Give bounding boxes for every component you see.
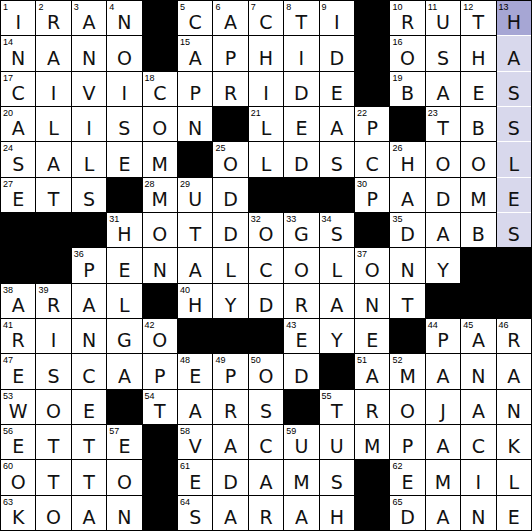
cell-r7c12[interactable]: 35D [390,213,424,247]
cell-letter: E [320,83,354,104]
cell-r5c15[interactable]: L [497,142,531,176]
cell-r1c4[interactable]: 4N [107,1,141,35]
cell-r1c9[interactable]: 8T [284,1,318,35]
cell-r15c13[interactable]: A [426,496,460,530]
cell-r1c6[interactable]: 5C [178,1,212,35]
cell-r7c8[interactable]: 32O [249,213,283,247]
cell-number: 60 [3,461,13,471]
cell-r14c13[interactable]: M [426,460,460,494]
cell-r5c14[interactable]: O [461,142,495,176]
cell-r2c15[interactable]: A [497,36,531,70]
cell-r6c11[interactable]: 30P [355,178,389,212]
cell-number: 16 [392,37,402,47]
cell-r2c1[interactable]: 14N [1,36,35,70]
cell-r2c5 [143,36,177,70]
cell-r8c8[interactable]: C [249,248,283,282]
cell-r12c12[interactable]: O [390,390,424,424]
cell-r8c9[interactable]: O [284,248,318,282]
cell-r5c2[interactable]: A [36,142,70,176]
cell-r11c6[interactable]: 48E [178,354,212,388]
cell-letter: C [249,260,283,281]
cell-r4c3[interactable]: I [72,107,106,141]
cell-r12c11[interactable]: R [355,390,389,424]
cell-number: 8 [286,2,291,12]
cell-r7c10[interactable]: 34S [320,213,354,247]
cell-letter: R [355,401,389,422]
cell-r2c12[interactable]: 16O [390,36,424,70]
cell-r9c4[interactable]: L [107,284,141,318]
cell-r3c12[interactable]: 19B [390,72,424,106]
cell-r14c14[interactable]: I [461,460,495,494]
cell-r13c7[interactable]: A [213,425,247,459]
cell-r6c15[interactable]: E [497,178,531,212]
cell-r10c9[interactable]: 43E [284,319,318,353]
cell-number: 9 [322,2,327,12]
cell-r9c3[interactable]: A [72,284,106,318]
cell-r2c14[interactable]: H [461,36,495,70]
cell-r13c9[interactable]: 59U [284,425,318,459]
cell-r2c8[interactable]: H [249,36,283,70]
cell-r13c2[interactable]: T [36,425,70,459]
cell-r3c9[interactable]: D [284,72,318,106]
cell-r11c9[interactable]: D [284,354,318,388]
cell-letter: T [36,472,70,493]
cell-r2c2[interactable]: A [36,36,70,70]
cell-r13c6[interactable]: 58V [178,425,212,459]
cell-r3c15[interactable]: S [497,72,531,106]
cell-r2c6[interactable]: 15A [178,36,212,70]
cell-r3c4[interactable]: I [107,72,141,106]
cell-letter: D [213,472,247,493]
cell-r6c5[interactable]: 28M [143,178,177,212]
cell-r8c5[interactable]: N [143,248,177,282]
cell-r12c10[interactable]: 55T [320,390,354,424]
cell-r9c11[interactable]: N [355,284,389,318]
cell-r3c6[interactable]: P [178,72,212,106]
cell-r13c13[interactable]: A [426,425,460,459]
cell-r12c3[interactable]: E [72,390,106,424]
cell-letter: A [390,189,424,210]
cell-r8c7[interactable]: L [213,248,247,282]
cell-r1c5 [143,1,177,35]
cell-r11c2[interactable]: S [36,354,70,388]
cell-r9c9[interactable]: R [284,284,318,318]
cell-r4c14[interactable]: B [461,107,495,141]
cell-letter: N [178,118,212,139]
cell-r12c15[interactable]: N [497,390,531,424]
cell-r10c6 [178,319,212,353]
cell-r12c6[interactable]: A [178,390,212,424]
cell-letter: C [355,154,389,175]
cell-letter: A [426,83,460,104]
cell-r13c8[interactable]: C [249,425,283,459]
cell-r6c12[interactable]: A [390,178,424,212]
cell-r1c13[interactable]: 11U [426,1,460,35]
cell-r6c14[interactable]: M [461,178,495,212]
cell-r9c8[interactable]: D [249,284,283,318]
cell-r15c14[interactable]: N [461,496,495,530]
cell-r13c14[interactable]: C [461,425,495,459]
cell-letter: A [213,12,247,33]
cell-letter: D [320,48,354,69]
cell-letter: D [213,189,247,210]
cell-letter: A [426,366,460,387]
cell-r1c10[interactable]: 9I [320,1,354,35]
cell-r5c3[interactable]: L [72,142,106,176]
cell-r10c14[interactable]: 45A [461,319,495,353]
cell-letter: T [36,436,70,457]
cell-r7c5[interactable]: O [143,213,177,247]
cell-letter: N [355,295,389,316]
cell-letter: A [1,295,35,316]
cell-r4c10[interactable]: A [320,107,354,141]
cell-number: 49 [215,355,225,365]
cell-r4c1[interactable]: 20A [1,107,35,141]
cell-r11c12[interactable]: 52M [390,354,424,388]
cell-number: 61 [180,461,190,471]
cell-r8c3[interactable]: 36P [72,248,106,282]
cell-letter: L [320,260,354,281]
cell-letter: L [213,260,247,281]
cell-number: 14 [3,37,13,47]
cell-r13c12[interactable]: P [390,425,424,459]
cell-r8c12[interactable]: N [390,248,424,282]
cell-r8c11[interactable]: 37O [355,248,389,282]
cell-letter: M [426,472,460,493]
cell-r5c10[interactable]: S [320,142,354,176]
cell-letter: A [497,48,531,69]
cell-letter: U [284,436,318,457]
cell-r15c7[interactable]: A [213,496,247,530]
cell-letter: M [461,189,495,210]
cell-letter: O [107,472,141,493]
cell-r2c7[interactable]: P [213,36,247,70]
cell-letter: B [461,118,495,139]
cell-letter: N [497,401,531,422]
cell-r5c9[interactable]: D [284,142,318,176]
cell-letter: R [390,12,424,33]
cell-r12c14[interactable]: A [461,390,495,424]
cell-letter: C [143,83,177,104]
cell-r15c11 [355,496,389,530]
cell-r13c4[interactable]: 57E [107,425,141,459]
cell-r14c1[interactable]: 60O [1,460,35,494]
cell-letter: E [284,118,318,139]
cell-number: 51 [357,355,367,365]
cell-r1c15[interactable]: 13H [497,1,531,35]
cell-letter: A [320,118,354,139]
cell-r13c3[interactable]: T [72,425,106,459]
cell-r6c6[interactable]: 29U [178,178,212,212]
cell-r2c3[interactable]: N [72,36,106,70]
cell-r11c13[interactable]: A [426,354,460,388]
cell-r8c6[interactable]: A [178,248,212,282]
cell-r2c13[interactable]: S [426,36,460,70]
cell-letter: C [249,12,283,33]
cell-r14c8[interactable]: A [249,460,283,494]
cell-letter: P [213,48,247,69]
cell-r8c10[interactable]: L [320,248,354,282]
cell-letter: O [143,118,177,139]
cell-r15c10[interactable]: H [320,496,354,530]
cell-r10c2[interactable]: I [36,319,70,353]
cell-letter: V [72,83,106,104]
cell-r5c4[interactable]: E [107,142,141,176]
cell-r14c3[interactable]: T [72,460,106,494]
cell-letter: S [497,118,531,139]
cell-letter: H [320,507,354,528]
cell-letter: C [461,436,495,457]
cell-letter: R [497,330,531,351]
cell-r7c14[interactable]: B [461,213,495,247]
cell-letter: O [461,154,495,175]
cell-r1c2[interactable]: 2R [36,1,70,35]
cell-r1c1[interactable]: 1I [1,1,35,35]
cell-r2c9[interactable]: I [284,36,318,70]
cell-r14c12[interactable]: 62E [390,460,424,494]
cell-r4c11[interactable]: 22P [355,107,389,141]
cell-letter: C [72,366,106,387]
cell-r3c10[interactable]: E [320,72,354,106]
cell-r6c1[interactable]: 27E [1,178,35,212]
cell-letter: A [72,12,106,33]
cell-r10c1[interactable]: 41R [1,319,35,353]
cell-r9c1[interactable]: 38A [1,284,35,318]
cell-r8c13[interactable]: Y [426,248,460,282]
cell-letter: A [249,472,283,493]
cell-r4c13[interactable]: 23T [426,107,460,141]
cell-letter: A [426,507,460,528]
cell-r5c6 [178,142,212,176]
cell-r15c12[interactable]: 65D [390,496,424,530]
cell-r8c4[interactable]: E [107,248,141,282]
cell-letter: N [72,48,106,69]
cell-number: 5 [180,2,185,12]
cell-r9c2[interactable]: 39R [36,284,70,318]
cell-letter: J [426,401,460,422]
cell-letter: L [107,295,141,316]
cell-letter: B [461,224,495,245]
cell-r15c15[interactable]: E [497,496,531,530]
cell-letter: E [107,154,141,175]
cell-letter: S [320,472,354,493]
cell-r4c4[interactable]: S [107,107,141,141]
cell-r2c10[interactable]: D [320,36,354,70]
cell-r6c13[interactable]: D [426,178,460,212]
cell-letter: A [461,401,495,422]
cell-r5c1[interactable]: 24S [1,142,35,176]
cell-r14c6[interactable]: 61E [178,460,212,494]
cell-r9c12[interactable]: T [390,284,424,318]
cell-letter: A [461,330,495,351]
cell-r15c1[interactable]: 63K [1,496,35,530]
cell-r3c1[interactable]: 17C [1,72,35,106]
cell-r7c15[interactable]: S [497,213,531,247]
cell-r2c4[interactable]: O [107,36,141,70]
cell-r14c4[interactable]: O [107,460,141,494]
cell-letter: K [497,436,531,457]
cell-letter: R [1,330,35,351]
cell-r7c13[interactable]: A [426,213,460,247]
cell-r6c7[interactable]: D [213,178,247,212]
cell-r10c4[interactable]: G [107,319,141,353]
cell-r7c3 [72,213,106,247]
cell-letter: N [461,366,495,387]
cell-r14c7[interactable]: D [213,460,247,494]
cell-letter: P [72,260,106,281]
cell-r14c15[interactable]: L [497,460,531,494]
cell-r11c5[interactable]: P [143,354,177,388]
cell-r13c1[interactable]: 56E [1,425,35,459]
cell-r13c11[interactable]: M [355,425,389,459]
cell-r11c15[interactable]: A [497,354,531,388]
cell-r7c4[interactable]: 31H [107,213,141,247]
cell-r4c2[interactable]: L [36,107,70,141]
cell-r4c6[interactable]: N [178,107,212,141]
cell-r12c13[interactable]: J [426,390,460,424]
cell-letter: A [72,295,106,316]
cell-letter: D [390,224,424,245]
cell-r9c10[interactable]: A [320,284,354,318]
cell-r4c8[interactable]: 21L [249,107,283,141]
cell-letter: A [178,260,212,281]
cell-letter: O [1,472,35,493]
cell-letter: P [390,436,424,457]
cell-r10c10[interactable]: Y [320,319,354,353]
cell-r11c3[interactable]: C [72,354,106,388]
cell-number: 47 [3,355,13,365]
cell-r1c14[interactable]: 12T [461,1,495,35]
cell-letter: R [284,295,318,316]
cell-r15c9[interactable]: A [284,496,318,530]
cell-r15c8[interactable]: R [249,496,283,530]
cell-number: 15 [180,37,190,47]
cell-r1c3[interactable]: 3A [72,1,106,35]
cell-r5c12[interactable]: 26H [390,142,424,176]
cell-r1c8[interactable]: 7C [249,1,283,35]
cell-number: 50 [251,355,261,365]
cell-r9c6[interactable]: 40H [178,284,212,318]
cell-letter: H [249,48,283,69]
cell-r3c8[interactable]: I [249,72,283,106]
cell-r2c11 [355,36,389,70]
cell-r14c9[interactable]: M [284,460,318,494]
cell-r5c8[interactable]: L [249,142,283,176]
cell-r12c2[interactable]: O [36,390,70,424]
cell-letter: I [284,48,318,69]
cell-r7c7[interactable]: D [213,213,247,247]
cell-r14c10[interactable]: S [320,460,354,494]
cell-r12c8[interactable]: S [249,390,283,424]
cell-letter: I [249,83,283,104]
cell-letter: M [143,189,177,210]
cell-letter: C [249,436,283,457]
cell-r11c11[interactable]: 51A [355,354,389,388]
cell-r5c11[interactable]: C [355,142,389,176]
cell-r7c2 [36,213,70,247]
cell-r11c14[interactable]: N [461,354,495,388]
cell-r14c2[interactable]: T [36,460,70,494]
cell-r11c1[interactable]: 47E [1,354,35,388]
cell-r11c7[interactable]: 49P [213,354,247,388]
cell-r3c3[interactable]: V [72,72,106,106]
cell-r4c9[interactable]: E [284,107,318,141]
cell-r12c7[interactable]: R [213,390,247,424]
cell-r10c8 [249,319,283,353]
cell-r11c8[interactable]: 50O [249,354,283,388]
cell-r10c15[interactable]: 46R [497,319,531,353]
cell-r5c5[interactable]: M [143,142,177,176]
cell-r4c5[interactable]: O [143,107,177,141]
cell-letter: D [284,154,318,175]
cell-r10c11[interactable]: E [355,319,389,353]
cell-r12c1[interactable]: 53W [1,390,35,424]
cell-letter: O [213,154,247,175]
cell-r9c7[interactable]: Y [213,284,247,318]
cell-r4c15[interactable]: S [497,107,531,141]
cell-letter: A [213,436,247,457]
cell-r6c2[interactable]: T [36,178,70,212]
cell-r11c4[interactable]: A [107,354,141,388]
cell-letter: L [72,154,106,175]
cell-r10c5[interactable]: 42O [143,319,177,353]
cell-letter: P [213,366,247,387]
cell-r13c10[interactable]: U [320,425,354,459]
cell-letter: M [284,472,318,493]
cell-r5c13[interactable]: O [426,142,460,176]
cell-letter: O [390,48,424,69]
cell-letter: S [72,189,106,210]
cell-letter: M [143,154,177,175]
cell-r15c2[interactable]: O [36,496,70,530]
cell-letter: P [355,118,389,139]
cell-letter: O [249,224,283,245]
cell-letter: S [426,48,460,69]
cell-r10c7 [213,319,247,353]
cell-r3c5[interactable]: 18C [143,72,177,106]
cell-r10c13[interactable]: 44P [426,319,460,353]
cell-r3c13[interactable]: A [426,72,460,106]
cell-number: 3 [74,2,79,12]
cell-letter: N [1,48,35,69]
cell-r7c6[interactable]: T [178,213,212,247]
cell-r5c7[interactable]: 25O [213,142,247,176]
cell-r7c9[interactable]: 33G [284,213,318,247]
cell-r13c15[interactable]: K [497,425,531,459]
crossword-board: 1I2R3A4N5C6A7C8T9I10R11U12T13H14NANO15AP… [0,0,532,531]
cell-r1c12[interactable]: 10R [390,1,424,35]
cell-r6c3[interactable]: S [72,178,106,212]
cell-r15c3[interactable]: A [72,496,106,530]
cell-r15c6[interactable]: 64S [178,496,212,530]
cell-r3c14[interactable]: E [461,72,495,106]
cell-r3c2[interactable]: I [36,72,70,106]
cell-letter: H [390,154,424,175]
cell-number: 21 [251,108,261,118]
cell-r15c4[interactable]: N [107,496,141,530]
cell-r12c5[interactable]: 54T [143,390,177,424]
cell-r10c3[interactable]: N [72,319,106,353]
cell-letter: E [1,436,35,457]
cell-number: 4 [109,2,114,12]
cell-letter: I [36,330,70,351]
cell-letter: R [249,507,283,528]
cell-letter: A [355,366,389,387]
cell-r3c7[interactable]: R [213,72,247,106]
cell-r1c7[interactable]: 6A [213,1,247,35]
cell-letter: D [426,189,460,210]
cell-number: 37 [357,249,367,259]
